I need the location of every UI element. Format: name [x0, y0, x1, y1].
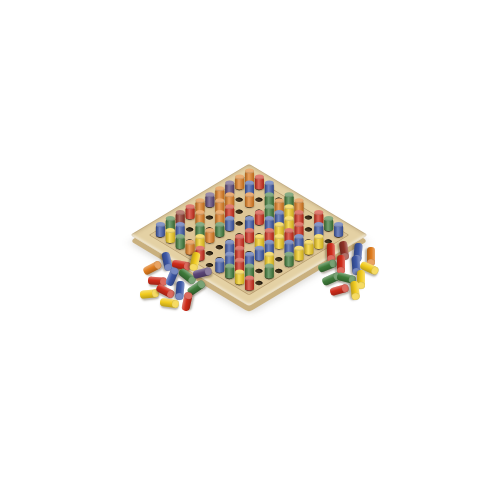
- peg-top-face: [185, 240, 194, 245]
- peg-top-face: [215, 186, 224, 191]
- peg[interactable]: [165, 228, 174, 243]
- peg[interactable]: [155, 222, 164, 237]
- peg-top-face: [225, 264, 234, 269]
- peg-top-face: [235, 246, 244, 251]
- peg-top-face: [254, 234, 263, 239]
- loose-peg-end-face: [370, 266, 380, 276]
- peg-top-face: [225, 240, 234, 245]
- peg[interactable]: [284, 252, 293, 267]
- peg-top-face: [284, 204, 293, 209]
- peg-top-face: [284, 252, 293, 257]
- peg[interactable]: [245, 228, 254, 243]
- peg-top-face: [225, 192, 234, 197]
- peg-top-face: [245, 216, 254, 221]
- peg-top-face: [294, 198, 303, 203]
- loose-peg[interactable]: [160, 298, 179, 308]
- peg[interactable]: [175, 234, 184, 249]
- peg-top-face: [235, 234, 244, 239]
- peg-hole[interactable]: [303, 226, 313, 232]
- peg-top-face: [245, 180, 254, 185]
- peg-top-face: [175, 210, 184, 215]
- peg-hole[interactable]: [214, 244, 224, 250]
- peg-top-face: [294, 234, 303, 239]
- peg-top-face: [264, 252, 273, 257]
- peg-top-face: [195, 234, 204, 239]
- peg-top-face: [195, 210, 204, 215]
- peg-top-face: [294, 210, 303, 215]
- peg-top-face: [264, 216, 273, 221]
- loose-peg-end-face: [351, 293, 360, 301]
- peg[interactable]: [225, 264, 234, 279]
- peg-top-face: [264, 240, 273, 245]
- peg-top-face: [235, 174, 244, 179]
- peg[interactable]: [235, 270, 244, 285]
- peg[interactable]: [205, 228, 214, 243]
- peg-top-face: [274, 210, 283, 215]
- loose-peg[interactable]: [142, 260, 162, 276]
- peg-top-face: [235, 270, 244, 275]
- peg-top-face: [294, 222, 303, 227]
- peg-top-face: [314, 234, 323, 239]
- peg-top-face: [215, 198, 224, 203]
- peg-top-face: [225, 216, 234, 221]
- loose-peg[interactable]: [140, 289, 159, 299]
- peg[interactable]: [254, 246, 263, 261]
- peg-field: [149, 175, 350, 295]
- peg-top-face: [284, 228, 293, 233]
- peg-top-face: [175, 222, 184, 227]
- peg-top-face: [245, 169, 254, 174]
- peg[interactable]: [245, 192, 254, 207]
- loose-peg[interactable]: [327, 243, 336, 261]
- peg[interactable]: [215, 258, 224, 273]
- peg[interactable]: [264, 264, 273, 279]
- loose-peg-end-face: [166, 289, 176, 299]
- peg-top-face: [205, 228, 214, 233]
- peg-top-face: [245, 252, 254, 257]
- pegboard-product-photo: [0, 0, 500, 500]
- peg-top-face: [195, 246, 204, 251]
- peg-top-face: [225, 180, 234, 185]
- peg-top-face: [235, 258, 244, 263]
- peg-hole[interactable]: [274, 256, 284, 262]
- peg-hole[interactable]: [204, 250, 214, 256]
- peg-hole[interactable]: [254, 196, 264, 202]
- peg-hole[interactable]: [254, 268, 264, 274]
- peg-top-face: [175, 234, 184, 239]
- peg-top-face: [205, 192, 214, 197]
- peg-top-face: [245, 192, 254, 197]
- peg-hole[interactable]: [303, 214, 313, 220]
- peg[interactable]: [185, 204, 194, 219]
- peg-top-face: [314, 222, 323, 227]
- peg-top-face: [274, 222, 283, 227]
- peg-top-face: [215, 210, 224, 215]
- peg[interactable]: [254, 174, 263, 189]
- peg-top-face: [215, 222, 224, 227]
- peg-top-face: [254, 246, 263, 251]
- peg[interactable]: [235, 174, 244, 189]
- peg[interactable]: [294, 246, 303, 261]
- peg-top-face: [245, 275, 254, 280]
- peg-top-face: [195, 222, 204, 227]
- peg[interactable]: [304, 240, 313, 255]
- peg-top-face: [254, 210, 263, 215]
- peg-top-face: [245, 264, 254, 269]
- peg-top-face: [155, 222, 164, 227]
- peg[interactable]: [205, 192, 214, 207]
- peg[interactable]: [215, 222, 224, 237]
- peg-top-face: [264, 264, 273, 269]
- peg-hole[interactable]: [234, 208, 244, 214]
- peg-top-face: [284, 192, 293, 197]
- loose-peg-end-face: [171, 299, 179, 308]
- peg-top-face: [324, 216, 333, 221]
- peg-top-face: [284, 216, 293, 221]
- peg-hole[interactable]: [234, 220, 244, 226]
- peg-hole[interactable]: [185, 226, 195, 232]
- peg-hole[interactable]: [274, 268, 284, 274]
- peg-hole[interactable]: [234, 196, 244, 202]
- pegboard: [130, 164, 368, 307]
- peg-top-face: [264, 192, 273, 197]
- peg[interactable]: [334, 222, 343, 237]
- peg-top-face: [165, 216, 174, 221]
- peg[interactable]: [225, 216, 234, 231]
- peg-top-face: [274, 198, 283, 203]
- peg-top-face: [195, 198, 204, 203]
- loose-peg[interactable]: [337, 255, 345, 273]
- peg-top-face: [314, 210, 323, 215]
- peg-top-face: [185, 204, 194, 209]
- peg-top-face: [165, 228, 174, 233]
- peg-top-face: [294, 246, 303, 251]
- peg-top-face: [254, 174, 263, 179]
- peg-hole[interactable]: [254, 280, 264, 286]
- peg-top-face: [304, 240, 313, 245]
- peg-top-face: [245, 228, 254, 233]
- peg-top-face: [274, 234, 283, 239]
- peg-top-face: [334, 222, 343, 227]
- peg-top-face: [284, 240, 293, 245]
- peg[interactable]: [254, 210, 263, 225]
- peg-top-face: [225, 252, 234, 257]
- peg[interactable]: [314, 234, 323, 249]
- peg[interactable]: [274, 234, 283, 249]
- board-frame: [130, 164, 368, 307]
- loose-peg[interactable]: [329, 284, 349, 297]
- peg-grid: [150, 176, 348, 295]
- peg-top-face: [225, 204, 234, 209]
- peg-top-face: [215, 258, 224, 263]
- peg-top-face: [264, 204, 273, 209]
- peg[interactable]: [324, 216, 333, 231]
- peg[interactable]: [245, 275, 254, 290]
- peg-top-face: [264, 228, 273, 233]
- peg-hole[interactable]: [204, 214, 214, 220]
- peg-top-face: [264, 180, 273, 185]
